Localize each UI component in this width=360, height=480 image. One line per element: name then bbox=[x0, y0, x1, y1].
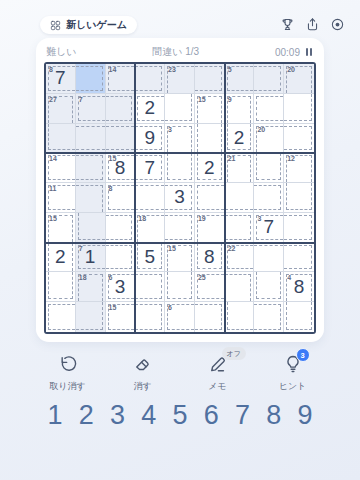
cell-digit: 9 bbox=[135, 124, 164, 153]
board-cell-r6c1[interactable]: 71 bbox=[76, 243, 106, 273]
board-cell-r1c2[interactable] bbox=[106, 94, 136, 124]
board-cell-r1c0[interactable]: 27 bbox=[46, 94, 76, 124]
board-cell-r0c3[interactable] bbox=[135, 64, 165, 94]
pause-icon[interactable] bbox=[304, 46, 314, 58]
cage-border bbox=[256, 153, 281, 180]
board-cell-r2c4[interactable]: 3 bbox=[165, 124, 195, 154]
cage-sum: 19 bbox=[198, 215, 206, 222]
board-cell-r8c2[interactable]: 15 bbox=[106, 302, 136, 332]
cage-border bbox=[197, 185, 224, 210]
cage-border bbox=[78, 213, 105, 240]
board-cell-r8c7[interactable] bbox=[254, 302, 284, 332]
notes-off-badge: オフ bbox=[222, 347, 246, 360]
cage-border bbox=[48, 124, 75, 151]
board-cell-r5c7[interactable]: 37 bbox=[254, 213, 284, 243]
board-cell-r6c8[interactable] bbox=[284, 243, 314, 273]
cage-sum: 11 bbox=[49, 185, 56, 192]
cage-border bbox=[286, 302, 312, 330]
cage-border bbox=[284, 94, 312, 121]
cage-sum: 25 bbox=[198, 274, 206, 281]
cage-border bbox=[286, 183, 312, 210]
cell-digit: 2 bbox=[195, 153, 224, 182]
cage-border bbox=[254, 185, 281, 210]
cell-digit: 3 bbox=[165, 183, 194, 212]
grid-icon bbox=[50, 20, 61, 31]
cage-border bbox=[254, 304, 281, 330]
cage-border bbox=[48, 272, 73, 299]
board-cell-r5c5[interactable]: 19 bbox=[195, 213, 225, 243]
board-cell-r2c2[interactable] bbox=[106, 124, 136, 154]
board-cell-r3c0[interactable]: 14 bbox=[46, 153, 76, 183]
cage-sum: 20 bbox=[257, 126, 265, 133]
undo-button[interactable]: 取り消す bbox=[30, 352, 105, 393]
cage-border bbox=[48, 304, 75, 330]
cage-border bbox=[76, 126, 105, 151]
cage-sum: 18 bbox=[79, 274, 87, 281]
cage-border bbox=[225, 274, 252, 301]
board-cell-r4c2[interactable]: 8 bbox=[106, 183, 136, 213]
cage-border bbox=[135, 66, 162, 91]
new-game-label: 新しいゲーム bbox=[66, 18, 127, 32]
board-cell-r2c6[interactable]: 2 bbox=[225, 124, 255, 154]
board-cell-r8c6[interactable] bbox=[225, 302, 255, 332]
numpad-1[interactable]: 1 bbox=[40, 400, 70, 431]
notes-label: メモ bbox=[208, 380, 226, 393]
board-cell-r3c8[interactable]: 12 bbox=[284, 153, 314, 183]
board-cell-r7c8[interactable]: 48 bbox=[284, 272, 314, 302]
numpad-9[interactable]: 9 bbox=[290, 400, 320, 431]
board-cell-r2c8[interactable] bbox=[284, 124, 314, 154]
board-cell-r2c7[interactable]: 20 bbox=[254, 124, 284, 154]
hint-count-badge: 3 bbox=[296, 348, 310, 362]
cage-sum: 6 bbox=[168, 304, 172, 311]
numpad-3[interactable]: 3 bbox=[103, 400, 133, 431]
board-cell-r5c8[interactable] bbox=[284, 213, 314, 243]
cage-border bbox=[227, 302, 254, 330]
board-cell-r3c4[interactable] bbox=[165, 153, 195, 183]
board-cell-r1c5[interactable]: 15 bbox=[195, 94, 225, 124]
box-separator bbox=[134, 64, 136, 332]
board-cell-r5c6[interactable] bbox=[225, 213, 255, 243]
board-cell-r1c6[interactable]: 9 bbox=[225, 94, 255, 124]
board-cell-r4c1[interactable] bbox=[76, 183, 106, 213]
board-cell-r4c3[interactable] bbox=[135, 183, 165, 213]
board-cell-r6c0[interactable]: 2 bbox=[46, 243, 76, 273]
pencil-icon: オフ bbox=[206, 352, 230, 376]
board-cell-r3c2[interactable]: 158 bbox=[106, 153, 136, 183]
cage-border bbox=[167, 153, 192, 180]
cage-border bbox=[225, 215, 252, 240]
board-cell-r0c7[interactable] bbox=[254, 64, 284, 94]
cage-sum: 4 bbox=[287, 274, 291, 281]
undo-label: 取り消す bbox=[49, 380, 85, 393]
board-cell-r6c5[interactable]: 8 bbox=[195, 243, 225, 273]
board-cell-r4c4[interactable]: 3 bbox=[165, 183, 195, 213]
difficulty-label: 難しい bbox=[46, 45, 76, 59]
cage-sum: 14 bbox=[49, 155, 57, 162]
board-cell-r7c2[interactable]: 63 bbox=[106, 272, 136, 302]
cage-border bbox=[225, 183, 254, 210]
cage-border bbox=[76, 155, 103, 180]
cage-sum: 21 bbox=[228, 155, 236, 162]
cage-sum: 14 bbox=[109, 66, 117, 73]
numpad-6[interactable]: 6 bbox=[196, 400, 226, 431]
cage-border bbox=[76, 66, 103, 91]
board-cell-r2c0[interactable] bbox=[46, 124, 76, 154]
numpad-2[interactable]: 2 bbox=[71, 400, 101, 431]
cage-sum: 15 bbox=[109, 304, 117, 311]
cell-digit: 7 bbox=[135, 153, 164, 182]
number-pad: 123456789 bbox=[40, 398, 320, 432]
sudoku-board: 8714235202772159932201415872211211831518… bbox=[44, 62, 316, 334]
numpad-8[interactable]: 8 bbox=[259, 400, 289, 431]
erase-button[interactable]: 消す bbox=[105, 352, 180, 393]
cage-border bbox=[165, 215, 192, 240]
cage-sum: 9 bbox=[228, 96, 232, 103]
cage-border bbox=[284, 245, 312, 270]
board-cell-r8c4[interactable]: 6 bbox=[165, 302, 195, 332]
board-cell-r6c7[interactable] bbox=[254, 243, 284, 273]
cell-digit: 8 bbox=[195, 243, 224, 272]
cage-sum: 12 bbox=[287, 155, 295, 162]
cage-border bbox=[254, 245, 283, 272]
cage-border bbox=[195, 304, 222, 330]
box-separator bbox=[224, 64, 226, 332]
cage-border bbox=[76, 302, 103, 330]
cage-sum: 23 bbox=[168, 66, 176, 73]
board-cell-r6c4[interactable]: 15 bbox=[165, 243, 195, 273]
board-cell-r7c6[interactable] bbox=[225, 272, 255, 302]
cage-border bbox=[135, 185, 164, 210]
board-cell-r4c5[interactable] bbox=[195, 183, 225, 213]
board-cell-r2c1[interactable] bbox=[76, 124, 106, 154]
board-cell-r3c3[interactable]: 7 bbox=[135, 153, 165, 183]
hint-button[interactable]: 3 ヒント bbox=[255, 352, 330, 393]
cage-border bbox=[256, 96, 283, 121]
erase-label: 消す bbox=[133, 380, 151, 393]
timer-value: 00:09 bbox=[275, 47, 300, 58]
board-cell-r5c1[interactable] bbox=[76, 213, 106, 243]
cage-border bbox=[284, 215, 312, 240]
board-cell-r8c8[interactable] bbox=[284, 302, 314, 332]
new-game-button[interactable]: 新しいゲーム bbox=[40, 16, 137, 34]
share-icon[interactable] bbox=[303, 15, 321, 33]
board-cell-r3c1[interactable] bbox=[76, 153, 106, 183]
board-cell-r0c4[interactable]: 23 bbox=[165, 64, 195, 94]
cage-sum: 5 bbox=[228, 66, 232, 73]
board-cell-r1c7[interactable] bbox=[254, 94, 284, 124]
cage-sum: 15 bbox=[198, 96, 206, 103]
toolbar: 取り消す 消す オフ メモ 3 ヒント bbox=[30, 352, 330, 393]
notes-button[interactable]: オフ メモ bbox=[180, 352, 255, 393]
board-cell-r7c0[interactable] bbox=[46, 272, 76, 302]
settings-icon[interactable] bbox=[328, 15, 346, 33]
cage-sum: 3 bbox=[168, 126, 172, 133]
cage-sum: 7 bbox=[79, 96, 83, 103]
cage-border bbox=[195, 66, 222, 91]
numpad-4[interactable]: 4 bbox=[134, 400, 164, 431]
board-cell-r1c4[interactable] bbox=[165, 94, 195, 124]
board-cell-r5c4[interactable] bbox=[165, 213, 195, 243]
board-cell-r7c1[interactable]: 18 bbox=[76, 272, 106, 302]
numpad-7[interactable]: 7 bbox=[228, 400, 258, 431]
board-cell-r1c1[interactable]: 7 bbox=[76, 94, 106, 124]
cage-sum: 18 bbox=[138, 215, 146, 222]
board-cell-r4c0[interactable]: 11 bbox=[46, 183, 76, 213]
numpad-5[interactable]: 5 bbox=[165, 400, 195, 431]
box-separator bbox=[46, 152, 314, 154]
board-cell-r6c3[interactable]: 5 bbox=[135, 243, 165, 273]
board-cell-r7c7[interactable] bbox=[254, 272, 284, 302]
board-cell-r0c5[interactable] bbox=[195, 64, 225, 94]
undo-icon bbox=[56, 352, 80, 376]
board-cell-r6c2[interactable] bbox=[106, 243, 136, 273]
board-cell-r7c5[interactable]: 25 bbox=[195, 272, 225, 302]
top-bar: 新しいゲーム bbox=[0, 14, 360, 36]
hint-label: ヒント bbox=[279, 380, 307, 393]
cage-sum: 6 bbox=[109, 274, 113, 281]
cage-border bbox=[197, 124, 222, 153]
board-cell-r1c8[interactable] bbox=[284, 94, 314, 124]
cage-sum: 15 bbox=[49, 215, 57, 222]
cage-border bbox=[284, 126, 312, 151]
board-cell-r8c0[interactable] bbox=[46, 302, 76, 332]
cage-sum: 22 bbox=[228, 245, 236, 252]
cage-border bbox=[106, 96, 133, 121]
board-cell-r0c8[interactable]: 20 bbox=[284, 64, 314, 94]
cage-border bbox=[165, 94, 192, 121]
cage-sum: 20 bbox=[287, 66, 295, 73]
cage-sum: 27 bbox=[49, 96, 57, 103]
bulb-icon: 3 bbox=[281, 352, 305, 376]
cage-border bbox=[76, 185, 103, 212]
board-cell-r5c0[interactable]: 15 bbox=[46, 213, 76, 243]
cage-border bbox=[256, 272, 281, 299]
cage-sum: 8 bbox=[109, 185, 113, 192]
cage-border bbox=[254, 66, 281, 91]
cell-digit: 2 bbox=[225, 124, 254, 153]
trophy-icon[interactable] bbox=[278, 15, 296, 33]
board-cell-r0c1[interactable] bbox=[76, 64, 106, 94]
cell-digit: 2 bbox=[135, 94, 164, 123]
board-cell-r5c2[interactable] bbox=[106, 213, 136, 243]
board-cell-r4c7[interactable] bbox=[254, 183, 284, 213]
board-cell-r3c7[interactable] bbox=[254, 153, 284, 183]
board-cell-r7c3[interactable] bbox=[135, 272, 165, 302]
board-cell-r4c6[interactable] bbox=[225, 183, 255, 213]
cage-sum: 3 bbox=[257, 215, 261, 222]
board-cell-r8c1[interactable] bbox=[76, 302, 106, 332]
game-card: 難しい 間違い 1/3 00:09 8714235202772159932201… bbox=[36, 38, 324, 342]
board-cell-r0c2[interactable]: 14 bbox=[106, 64, 136, 94]
board-cell-r3c6[interactable]: 21 bbox=[225, 153, 255, 183]
cage-border bbox=[106, 215, 133, 240]
cage-border bbox=[167, 272, 192, 299]
board-cell-r2c5[interactable] bbox=[195, 124, 225, 154]
cage-border bbox=[106, 126, 135, 151]
cage-sum: 15 bbox=[109, 155, 117, 162]
board-cell-r1c3[interactable]: 2 bbox=[135, 94, 165, 124]
cell-digit: 2 bbox=[46, 243, 75, 272]
board-cell-r8c3[interactable] bbox=[135, 302, 165, 332]
cage-border bbox=[106, 245, 133, 270]
board-cell-r3c5[interactable]: 2 bbox=[195, 153, 225, 183]
board-cell-r5c3[interactable]: 18 bbox=[135, 213, 165, 243]
board-cell-r4c8[interactable] bbox=[284, 183, 314, 213]
cage-sum: 7 bbox=[79, 245, 83, 252]
board-cell-r7c4[interactable] bbox=[165, 272, 195, 302]
board-cell-r6c6[interactable]: 22 bbox=[225, 243, 255, 273]
board-cell-r0c0[interactable]: 87 bbox=[46, 64, 76, 94]
board-cell-r2c3[interactable]: 9 bbox=[135, 124, 165, 154]
status-bar: 難しい 間違い 1/3 00:09 bbox=[46, 44, 314, 60]
board-cell-r0c6[interactable]: 5 bbox=[225, 64, 255, 94]
cage-border bbox=[135, 274, 162, 299]
cage-sum: 8 bbox=[49, 66, 53, 73]
box-separator bbox=[46, 242, 314, 244]
eraser-icon bbox=[131, 352, 155, 376]
cell-digit: 5 bbox=[135, 243, 164, 272]
cage-sum: 15 bbox=[168, 245, 176, 252]
mistakes-counter: 間違い 1/3 bbox=[152, 45, 199, 59]
board-cell-r8c5[interactable] bbox=[195, 302, 225, 332]
cage-border bbox=[135, 304, 162, 330]
